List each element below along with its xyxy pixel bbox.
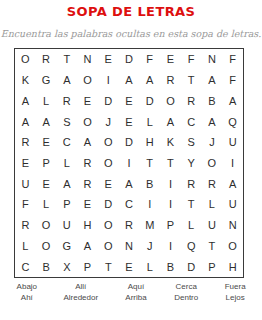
grid-cell-r9c9[interactable]: L <box>181 215 202 236</box>
grid-cell-r9c3[interactable]: U <box>56 215 77 236</box>
grid-cell-r3c10[interactable]: B <box>202 90 223 111</box>
page-title: SOPA DE LETRAS <box>0 0 262 19</box>
grid-cell-r1c9[interactable]: F <box>181 49 202 70</box>
grid-cell-r11c11[interactable]: H <box>222 256 243 277</box>
grid-cell-r10c2[interactable]: O <box>36 236 57 257</box>
grid-cell-r6c7[interactable]: T <box>139 153 160 174</box>
grid-cell-r3c5[interactable]: D <box>98 90 119 111</box>
word-list-item: Arriba <box>111 292 161 303</box>
word-list-item: Aquí <box>111 281 161 292</box>
grid-cell-r3c7[interactable]: D <box>139 90 160 111</box>
grid-cell-r4c1[interactable]: A <box>15 111 36 132</box>
grid-cell-r4c11[interactable]: Q <box>222 111 243 132</box>
grid-cell-r8c10[interactable]: L <box>202 194 223 215</box>
grid-cell-r1c5[interactable]: E <box>98 49 119 70</box>
instructions-text: Encuentra las palabras ocultas en esta s… <box>0 28 262 39</box>
word-list: AbajoAhíAllíAlrededorAquíArribaCercaDent… <box>3 281 259 303</box>
grid-cell-r2c1[interactable]: K <box>15 70 36 91</box>
grid-cell-r7c5[interactable]: E <box>98 173 119 194</box>
grid-cell-r6c5[interactable]: O <box>98 153 119 174</box>
grid-cell-r7c4[interactable]: R <box>77 173 98 194</box>
grid-cell-r11c6[interactable]: E <box>119 256 140 277</box>
grid-cell-r1c6[interactable]: D <box>119 49 140 70</box>
grid-cell-r4c7[interactable]: L <box>139 111 160 132</box>
grid-cell-r4c6[interactable]: E <box>119 111 140 132</box>
grid-cell-r11c4[interactable]: P <box>77 256 98 277</box>
grid-cell-r10c3[interactable]: G <box>56 236 77 257</box>
grid-cell-r6c4[interactable]: R <box>77 153 98 174</box>
grid-cell-r7c8[interactable]: I <box>160 173 181 194</box>
grid-cell-r11c2[interactable]: B <box>36 256 57 277</box>
grid-cell-r2c5[interactable]: I <box>98 70 119 91</box>
grid-cell-r11c3[interactable]: X <box>56 256 77 277</box>
grid-cell-r2c3[interactable]: A <box>56 70 77 91</box>
word-list-item: Allí <box>51 281 111 292</box>
grid-cell-r8c3[interactable]: P <box>56 194 77 215</box>
grid-cell-r4c5[interactable]: J <box>98 111 119 132</box>
grid-cell-r3c11[interactable]: A <box>222 90 243 111</box>
grid-cell-r8c6[interactable]: C <box>119 194 140 215</box>
word-list-item: Lejos <box>211 292 259 303</box>
word-list-item: Abajo <box>3 281 51 292</box>
word-list-item: Ahí <box>3 292 51 303</box>
grid-cell-r8c8[interactable]: I <box>160 194 181 215</box>
word-list-item: Dentro <box>161 292 211 303</box>
word-list-item: Cerca <box>161 281 211 292</box>
grid-cell-r2c10[interactable]: A <box>202 70 223 91</box>
grid-cell-r10c10[interactable]: T <box>202 236 223 257</box>
grid-cell-r4c4[interactable]: O <box>77 111 98 132</box>
grid-cell-r6c11[interactable]: I <box>222 153 243 174</box>
grid-cell-r7c6[interactable]: A <box>119 173 140 194</box>
grid-cell-r11c10[interactable]: P <box>202 256 223 277</box>
grid-cell-r3c2[interactable]: L <box>36 90 57 111</box>
grid-cell-r6c9[interactable]: Y <box>181 153 202 174</box>
grid-cell-r5c11[interactable]: U <box>222 132 243 153</box>
grid-cell-r1c10[interactable]: N <box>202 49 223 70</box>
grid-cell-r10c5[interactable]: O <box>98 236 119 257</box>
grid-cell-r3c3[interactable]: R <box>56 90 77 111</box>
word-list-column: AquíArriba <box>111 281 161 303</box>
grid-cell-r8c9[interactable]: T <box>181 194 202 215</box>
grid-cell-r1c3[interactable]: T <box>56 49 77 70</box>
grid-cell-r4c3[interactable]: S <box>56 111 77 132</box>
grid-cell-r9c11[interactable]: N <box>222 215 243 236</box>
grid-cell-r5c4[interactable]: A <box>77 132 98 153</box>
grid-cell-r2c8[interactable]: R <box>160 70 181 91</box>
grid-cell-r7c10[interactable]: R <box>202 173 223 194</box>
grid-cell-r7c2[interactable]: E <box>36 173 57 194</box>
grid-cell-r9c10[interactable]: U <box>202 215 223 236</box>
grid-cell-r1c7[interactable]: F <box>139 49 160 70</box>
grid-cell-r10c11[interactable]: O <box>222 236 243 257</box>
grid-cell-r6c8[interactable]: T <box>160 153 181 174</box>
word-list-item: Alrededor <box>51 292 111 303</box>
grid-cell-r5c1[interactable]: R <box>15 132 36 153</box>
grid-cell-r5c2[interactable]: E <box>36 132 57 153</box>
grid-cell-r2c7[interactable]: A <box>139 70 160 91</box>
grid-cell-r7c9[interactable]: R <box>181 173 202 194</box>
grid-cell-r8c5[interactable]: D <box>98 194 119 215</box>
word-list-column: CercaDentro <box>161 281 211 303</box>
grid-cell-r3c4[interactable]: E <box>77 90 98 111</box>
grid-cell-r1c1[interactable]: O <box>15 49 36 70</box>
grid-cell-r10c4[interactable]: A <box>77 236 98 257</box>
grid-cell-r11c5[interactable]: T <box>98 256 119 277</box>
grid-cell-r8c1[interactable]: F <box>15 194 36 215</box>
grid-cell-r1c4[interactable]: N <box>77 49 98 70</box>
grid-cell-r5c6[interactable]: D <box>119 132 140 153</box>
grid-cell-r1c11[interactable]: F <box>222 49 243 70</box>
grid-cell-r2c9[interactable]: T <box>181 70 202 91</box>
grid-cell-r7c7[interactable]: B <box>139 173 160 194</box>
grid-cell-r6c10[interactable]: O <box>202 153 223 174</box>
grid-cell-r4c9[interactable]: C <box>181 111 202 132</box>
grid-cell-r8c7[interactable]: I <box>139 194 160 215</box>
grid-cell-r5c5[interactable]: O <box>98 132 119 153</box>
grid-cell-r3c8[interactable]: O <box>160 90 181 111</box>
grid-cell-r9c1[interactable]: R <box>15 215 36 236</box>
grid-cell-r2c6[interactable]: A <box>119 70 140 91</box>
grid-cell-r9c4[interactable]: H <box>77 215 98 236</box>
grid-cell-r6c6[interactable]: I <box>119 153 140 174</box>
grid-cell-r10c9[interactable]: Q <box>181 236 202 257</box>
grid-cell-r11c8[interactable]: B <box>160 256 181 277</box>
grid-cell-r10c7[interactable]: J <box>139 236 160 257</box>
grid-cell-r3c1[interactable]: A <box>15 90 36 111</box>
grid-cell-r4c8[interactable]: A <box>160 111 181 132</box>
word-search-grid: ORTNEDFEFNFKGAOIAARTAFALREDEDORBAAASOJEL… <box>14 48 244 278</box>
grid-cell-r5c3[interactable]: C <box>56 132 77 153</box>
word-list-item: Fuera <box>211 281 259 292</box>
grid-cell-r3c9[interactable]: R <box>181 90 202 111</box>
grid-cell-r7c1[interactable]: U <box>15 173 36 194</box>
grid-cell-r10c1[interactable]: L <box>15 236 36 257</box>
grid-cell-r4c10[interactable]: A <box>202 111 223 132</box>
grid-cell-r5c7[interactable]: H <box>139 132 160 153</box>
word-list-column: AllíAlrededor <box>51 281 111 303</box>
grid-cell-r5c8[interactable]: K <box>160 132 181 153</box>
grid-cell-r11c7[interactable]: L <box>139 256 160 277</box>
grid-cell-r7c3[interactable]: A <box>56 173 77 194</box>
word-list-column: FueraLejos <box>211 281 259 303</box>
grid-cell-r8c2[interactable]: L <box>36 194 57 215</box>
grid-cell-r8c4[interactable]: E <box>77 194 98 215</box>
grid-cell-r6c3[interactable]: L <box>56 153 77 174</box>
grid-cell-r11c9[interactable]: D <box>181 256 202 277</box>
grid-cell-r4c2[interactable]: A <box>36 111 57 132</box>
grid-cell-r5c9[interactable]: S <box>181 132 202 153</box>
grid-cell-r6c1[interactable]: E <box>15 153 36 174</box>
grid-cell-r9c6[interactable]: R <box>119 215 140 236</box>
grid-cell-r8c11[interactable]: U <box>222 194 243 215</box>
grid-cell-r1c8[interactable]: E <box>160 49 181 70</box>
grid-cell-r5c10[interactable]: J <box>202 132 223 153</box>
grid-cell-r2c11[interactable]: F <box>222 70 243 91</box>
grid-cell-r2c2[interactable]: G <box>36 70 57 91</box>
grid-cell-r3c6[interactable]: E <box>119 90 140 111</box>
grid-cell-r2c4[interactable]: O <box>77 70 98 91</box>
word-list-column: AbajoAhí <box>3 281 51 303</box>
grid-cell-r9c5[interactable]: O <box>98 215 119 236</box>
grid-cell-r9c2[interactable]: O <box>36 215 57 236</box>
page: SOPA DE LETRAS Encuentra las palabras oc… <box>0 0 262 19</box>
grid-cell-r1c2[interactable]: R <box>36 49 57 70</box>
grid-cell-r6c2[interactable]: P <box>36 153 57 174</box>
grid-cell-r7c11[interactable]: A <box>222 173 243 194</box>
grid-cell-r9c8[interactable]: P <box>160 215 181 236</box>
grid-cell-r10c6[interactable]: N <box>119 236 140 257</box>
grid-cell-r11c1[interactable]: C <box>15 256 36 277</box>
grid-cell-r9c7[interactable]: M <box>139 215 160 236</box>
grid-cell-r10c8[interactable]: I <box>160 236 181 257</box>
